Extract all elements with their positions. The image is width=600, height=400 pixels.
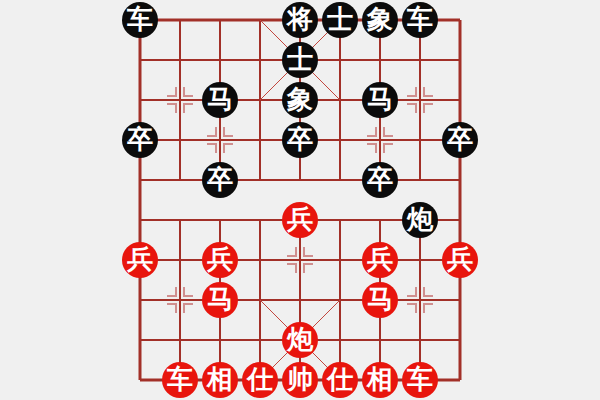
intersection-r7c5[interactable] bbox=[320, 280, 360, 320]
intersection-r2c6[interactable]: 马 bbox=[360, 80, 400, 120]
piece-black-advisor[interactable]: 士 bbox=[282, 42, 318, 78]
intersection-r9c7[interactable]: 车 bbox=[400, 360, 440, 400]
piece-red-horse[interactable]: 马 bbox=[202, 282, 238, 318]
piece-glyph: 卒 bbox=[447, 121, 473, 157]
piece-red-soldier[interactable]: 兵 bbox=[362, 242, 398, 278]
intersection-r4c6[interactable]: 卒 bbox=[360, 160, 400, 200]
intersection-r5c7[interactable]: 炮 bbox=[400, 200, 440, 240]
intersection-r8c6[interactable] bbox=[360, 320, 400, 360]
intersection-r1c7[interactable] bbox=[400, 40, 440, 80]
piece-glyph: 帅 bbox=[287, 361, 313, 397]
piece-red-horse[interactable]: 马 bbox=[362, 282, 398, 318]
intersection-r1c2[interactable] bbox=[200, 40, 240, 80]
intersection-r5c8[interactable] bbox=[440, 200, 480, 240]
piece-black-soldier[interactable]: 卒 bbox=[282, 122, 318, 158]
piece-glyph: 相 bbox=[207, 361, 233, 397]
intersection-r5c4[interactable]: 兵 bbox=[280, 200, 320, 240]
piece-black-rook[interactable]: 车 bbox=[122, 2, 158, 38]
piece-glyph: 象 bbox=[367, 1, 393, 37]
intersection-r0c2[interactable] bbox=[200, 0, 240, 40]
intersection-r2c7[interactable] bbox=[400, 80, 440, 120]
intersection-r2c5[interactable] bbox=[320, 80, 360, 120]
piece-red-soldier[interactable]: 兵 bbox=[442, 242, 478, 278]
intersection-r7c0[interactable] bbox=[120, 280, 160, 320]
intersection-r6c4[interactable] bbox=[280, 240, 320, 280]
intersection-r8c8[interactable] bbox=[440, 320, 480, 360]
piece-red-rook[interactable]: 车 bbox=[162, 362, 198, 398]
intersection-r8c3[interactable] bbox=[240, 320, 280, 360]
intersection-r2c0[interactable] bbox=[120, 80, 160, 120]
intersection-r0c1[interactable] bbox=[160, 0, 200, 40]
intersection-r4c4[interactable] bbox=[280, 160, 320, 200]
intersection-r7c6[interactable]: 马 bbox=[360, 280, 400, 320]
intersection-r7c7[interactable] bbox=[400, 280, 440, 320]
piece-red-advisor[interactable]: 仕 bbox=[322, 362, 358, 398]
piece-glyph: 马 bbox=[367, 81, 393, 117]
piece-glyph: 士 bbox=[287, 41, 313, 77]
intersection-r2c2[interactable]: 马 bbox=[200, 80, 240, 120]
intersection-r3c3[interactable] bbox=[240, 120, 280, 160]
intersection-r9c5[interactable]: 仕 bbox=[320, 360, 360, 400]
intersection-r4c7[interactable] bbox=[400, 160, 440, 200]
intersection-r0c3[interactable] bbox=[240, 0, 280, 40]
intersection-r1c5[interactable] bbox=[320, 40, 360, 80]
intersection-r5c3[interactable] bbox=[240, 200, 280, 240]
intersection-r4c0[interactable] bbox=[120, 160, 160, 200]
piece-black-soldier[interactable]: 卒 bbox=[202, 162, 238, 198]
intersection-r3c5[interactable] bbox=[320, 120, 360, 160]
intersection-r0c4[interactable]: 将 bbox=[280, 0, 320, 40]
piece-glyph: 仕 bbox=[327, 361, 353, 397]
piece-glyph: 兵 bbox=[127, 241, 153, 277]
intersection-r3c7[interactable] bbox=[400, 120, 440, 160]
intersection-r4c8[interactable] bbox=[440, 160, 480, 200]
intersection-r9c2[interactable]: 相 bbox=[200, 360, 240, 400]
intersection-r6c0[interactable]: 兵 bbox=[120, 240, 160, 280]
piece-glyph: 车 bbox=[127, 1, 153, 37]
intersection-r3c2[interactable] bbox=[200, 120, 240, 160]
intersection-r4c2[interactable]: 卒 bbox=[200, 160, 240, 200]
piece-glyph: 将 bbox=[287, 1, 313, 37]
piece-glyph: 卒 bbox=[287, 121, 313, 157]
intersection-r3c8[interactable]: 卒 bbox=[440, 120, 480, 160]
intersection-r0c7[interactable]: 车 bbox=[400, 0, 440, 40]
piece-black-soldier[interactable]: 卒 bbox=[362, 162, 398, 198]
intersection-r5c0[interactable] bbox=[120, 200, 160, 240]
intersection-r1c1[interactable] bbox=[160, 40, 200, 80]
piece-glyph: 象 bbox=[287, 81, 313, 117]
intersection-r9c1[interactable]: 车 bbox=[160, 360, 200, 400]
intersection-r8c1[interactable] bbox=[160, 320, 200, 360]
intersection-r9c0[interactable] bbox=[120, 360, 160, 400]
piece-glyph: 马 bbox=[207, 281, 233, 317]
piece-glyph: 士 bbox=[327, 1, 353, 37]
intersection-r9c4[interactable]: 帅 bbox=[280, 360, 320, 400]
piece-black-general[interactable]: 将 bbox=[282, 2, 318, 38]
intersection-r0c6[interactable]: 象 bbox=[360, 0, 400, 40]
piece-black-horse[interactable]: 马 bbox=[202, 82, 238, 118]
intersection-r3c4[interactable]: 卒 bbox=[280, 120, 320, 160]
piece-red-cannon[interactable]: 炮 bbox=[282, 322, 318, 358]
intersection-r7c1[interactable] bbox=[160, 280, 200, 320]
piece-black-advisor[interactable]: 士 bbox=[322, 2, 358, 38]
intersection-r9c6[interactable]: 相 bbox=[360, 360, 400, 400]
piece-red-elephant[interactable]: 相 bbox=[362, 362, 398, 398]
intersection-r8c4[interactable]: 炮 bbox=[280, 320, 320, 360]
intersection-r9c8[interactable] bbox=[440, 360, 480, 400]
intersection-r8c7[interactable] bbox=[400, 320, 440, 360]
intersection-r8c5[interactable] bbox=[320, 320, 360, 360]
piece-glyph: 兵 bbox=[287, 201, 313, 237]
piece-red-elephant[interactable]: 相 bbox=[202, 362, 238, 398]
intersection-r1c0[interactable] bbox=[120, 40, 160, 80]
intersection-r6c5[interactable] bbox=[320, 240, 360, 280]
intersection-r7c4[interactable] bbox=[280, 280, 320, 320]
intersection-r6c7[interactable] bbox=[400, 240, 440, 280]
intersection-r1c6[interactable] bbox=[360, 40, 400, 80]
piece-red-soldier[interactable]: 兵 bbox=[122, 242, 158, 278]
piece-red-advisor[interactable]: 仕 bbox=[242, 362, 278, 398]
xiangqi-board: 车将士象车士马象马卒卒卒卒卒兵炮兵兵兵兵马马炮车相仕帅仕相车 bbox=[0, 0, 600, 400]
intersection-r1c4[interactable]: 士 bbox=[280, 40, 320, 80]
piece-glyph: 卒 bbox=[367, 161, 393, 197]
intersection-r6c6[interactable]: 兵 bbox=[360, 240, 400, 280]
intersection-r4c1[interactable] bbox=[160, 160, 200, 200]
intersection-r8c0[interactable] bbox=[120, 320, 160, 360]
piece-glyph: 炮 bbox=[287, 321, 313, 357]
intersection-r0c0[interactable]: 车 bbox=[120, 0, 160, 40]
intersection-r9c3[interactable]: 仕 bbox=[240, 360, 280, 400]
intersection-r1c3[interactable] bbox=[240, 40, 280, 80]
piece-red-soldier[interactable]: 兵 bbox=[202, 242, 238, 278]
piece-black-horse[interactable]: 马 bbox=[362, 82, 398, 118]
piece-black-cannon[interactable]: 炮 bbox=[402, 202, 438, 238]
intersection-r0c5[interactable]: 士 bbox=[320, 0, 360, 40]
piece-red-soldier[interactable]: 兵 bbox=[282, 202, 318, 238]
piece-glyph: 炮 bbox=[407, 201, 433, 237]
intersection-r2c1[interactable] bbox=[160, 80, 200, 120]
piece-glyph: 马 bbox=[367, 281, 393, 317]
piece-red-general[interactable]: 帅 bbox=[282, 362, 318, 398]
intersection-r7c2[interactable]: 马 bbox=[200, 280, 240, 320]
intersection-r3c6[interactable] bbox=[360, 120, 400, 160]
intersection-r6c2[interactable]: 兵 bbox=[200, 240, 240, 280]
piece-glyph: 兵 bbox=[367, 241, 393, 277]
intersection-r2c8[interactable] bbox=[440, 80, 480, 120]
piece-glyph: 相 bbox=[367, 361, 393, 397]
piece-glyph: 车 bbox=[167, 361, 193, 397]
intersection-r4c5[interactable] bbox=[320, 160, 360, 200]
intersection-r5c1[interactable] bbox=[160, 200, 200, 240]
piece-black-soldier[interactable]: 卒 bbox=[442, 122, 478, 158]
intersection-r1c8[interactable] bbox=[440, 40, 480, 80]
piece-black-elephant[interactable]: 象 bbox=[282, 82, 318, 118]
piece-glyph: 仕 bbox=[247, 361, 273, 397]
intersection-r2c3[interactable] bbox=[240, 80, 280, 120]
intersection-r0c8[interactable] bbox=[440, 0, 480, 40]
intersection-r7c8[interactable] bbox=[440, 280, 480, 320]
intersection-r6c8[interactable]: 兵 bbox=[440, 240, 480, 280]
intersection-r6c3[interactable] bbox=[240, 240, 280, 280]
piece-glyph: 车 bbox=[407, 361, 433, 397]
piece-black-elephant[interactable]: 象 bbox=[362, 2, 398, 38]
piece-glyph: 卒 bbox=[207, 161, 233, 197]
intersection-r3c0[interactable]: 卒 bbox=[120, 120, 160, 160]
intersection-r2c4[interactable]: 象 bbox=[280, 80, 320, 120]
intersection-r8c2[interactable] bbox=[200, 320, 240, 360]
piece-glyph: 兵 bbox=[207, 241, 233, 277]
intersection-r5c5[interactable] bbox=[320, 200, 360, 240]
intersection-r7c3[interactable] bbox=[240, 280, 280, 320]
piece-black-rook[interactable]: 车 bbox=[402, 2, 438, 38]
intersection-r4c3[interactable] bbox=[240, 160, 280, 200]
piece-glyph: 卒 bbox=[127, 121, 153, 157]
intersection-r6c1[interactable] bbox=[160, 240, 200, 280]
intersection-r5c6[interactable] bbox=[360, 200, 400, 240]
intersection-r5c2[interactable] bbox=[200, 200, 240, 240]
piece-glyph: 车 bbox=[407, 1, 433, 37]
piece-red-rook[interactable]: 车 bbox=[402, 362, 438, 398]
piece-glyph: 马 bbox=[207, 81, 233, 117]
piece-glyph: 兵 bbox=[447, 241, 473, 277]
piece-grid: 车将士象车士马象马卒卒卒卒卒兵炮兵兵兵兵马马炮车相仕帅仕相车 bbox=[120, 0, 480, 400]
piece-black-soldier[interactable]: 卒 bbox=[122, 122, 158, 158]
intersection-r3c1[interactable] bbox=[160, 120, 200, 160]
